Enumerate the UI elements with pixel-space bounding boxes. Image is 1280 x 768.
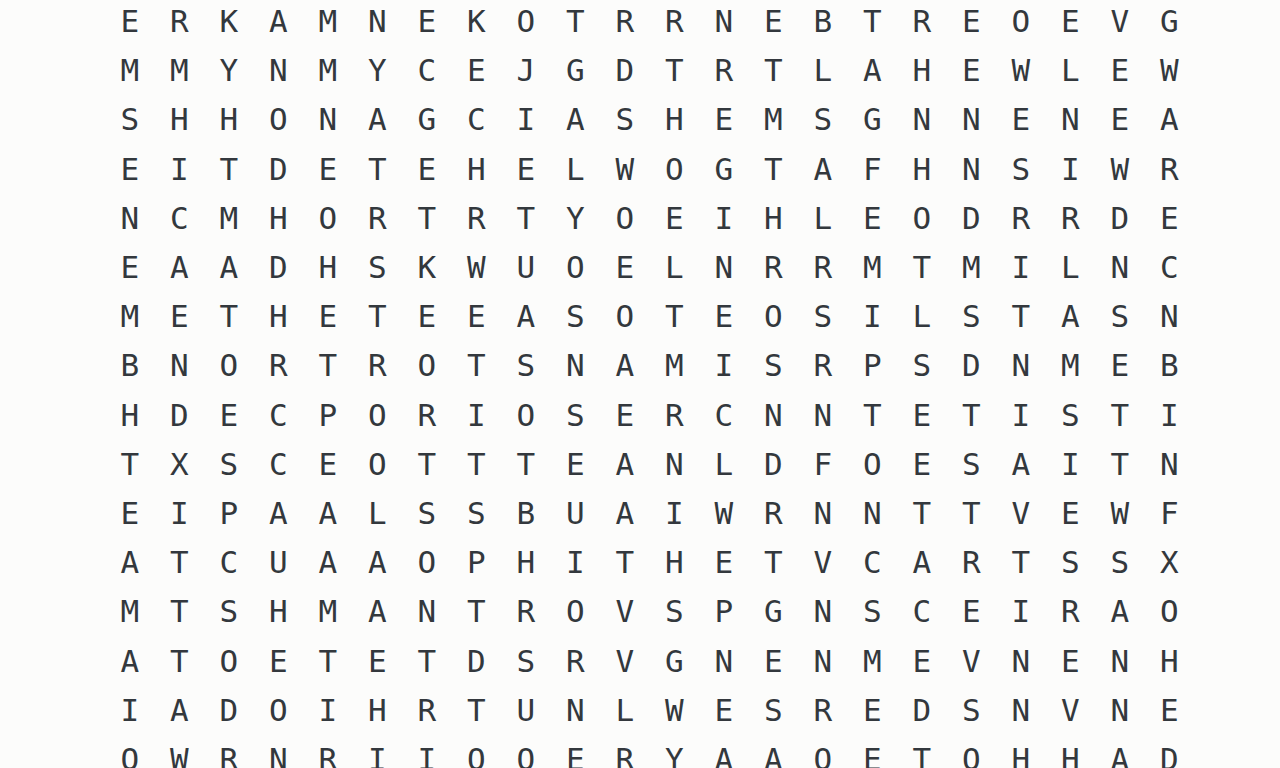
grid-cell[interactable]: A: [798, 145, 848, 194]
grid-cell[interactable]: E: [699, 686, 749, 735]
grid-cell[interactable]: A: [699, 735, 749, 768]
grid-cell[interactable]: A: [155, 243, 205, 292]
grid-cell[interactable]: N: [798, 391, 848, 440]
grid-cell[interactable]: E: [254, 636, 304, 685]
grid-cell[interactable]: H: [353, 686, 403, 735]
grid-cell[interactable]: V: [798, 538, 848, 587]
grid-cell[interactable]: T: [105, 440, 155, 489]
grid-cell[interactable]: M: [848, 243, 898, 292]
grid-cell[interactable]: C: [452, 95, 502, 144]
grid-cell[interactable]: R: [254, 341, 304, 390]
grid-cell[interactable]: N: [650, 440, 700, 489]
grid-cell[interactable]: M: [650, 341, 700, 390]
grid-cell[interactable]: A: [600, 489, 650, 538]
grid-cell[interactable]: A: [1046, 292, 1096, 341]
grid-cell[interactable]: N: [551, 341, 601, 390]
grid-cell[interactable]: N: [402, 587, 452, 636]
grid-cell[interactable]: H: [155, 95, 205, 144]
grid-cell[interactable]: A: [749, 735, 799, 768]
grid-cell[interactable]: T: [1095, 440, 1145, 489]
grid-cell[interactable]: I: [1145, 391, 1195, 440]
grid-cell[interactable]: K: [402, 243, 452, 292]
grid-cell[interactable]: N: [1046, 95, 1096, 144]
grid-cell[interactable]: T: [402, 194, 452, 243]
grid-cell[interactable]: T: [848, 0, 898, 46]
grid-cell[interactable]: E: [699, 95, 749, 144]
grid-cell[interactable]: I: [699, 194, 749, 243]
grid-cell[interactable]: R: [798, 686, 848, 735]
grid-cell[interactable]: O: [897, 194, 947, 243]
grid-cell[interactable]: N: [848, 489, 898, 538]
grid-cell[interactable]: E: [1145, 686, 1195, 735]
grid-cell[interactable]: E: [600, 243, 650, 292]
grid-cell[interactable]: S: [551, 391, 601, 440]
grid-cell[interactable]: E: [897, 440, 947, 489]
grid-cell[interactable]: U: [254, 538, 304, 587]
grid-cell[interactable]: C: [155, 194, 205, 243]
grid-cell[interactable]: O: [650, 145, 700, 194]
grid-cell[interactable]: T: [996, 292, 1046, 341]
grid-cell[interactable]: C: [897, 587, 947, 636]
grid-cell[interactable]: J: [501, 46, 551, 95]
grid-cell[interactable]: N: [996, 636, 1046, 685]
grid-cell[interactable]: O: [204, 341, 254, 390]
grid-cell[interactable]: E: [699, 538, 749, 587]
grid-cell[interactable]: W: [1095, 489, 1145, 538]
grid-cell[interactable]: D: [254, 243, 304, 292]
grid-cell[interactable]: S: [798, 95, 848, 144]
grid-cell[interactable]: O: [947, 735, 997, 768]
grid-cell[interactable]: T: [353, 145, 403, 194]
grid-cell[interactable]: I: [402, 735, 452, 768]
grid-cell[interactable]: T: [155, 636, 205, 685]
grid-cell[interactable]: A: [1145, 95, 1195, 144]
grid-cell[interactable]: O: [848, 440, 898, 489]
grid-cell[interactable]: H: [1046, 735, 1096, 768]
grid-cell[interactable]: N: [353, 0, 403, 46]
grid-cell[interactable]: E: [1095, 46, 1145, 95]
grid-cell[interactable]: O: [1145, 587, 1195, 636]
grid-cell[interactable]: O: [452, 735, 502, 768]
grid-cell[interactable]: E: [204, 391, 254, 440]
grid-cell[interactable]: S: [551, 292, 601, 341]
grid-cell[interactable]: R: [1145, 145, 1195, 194]
grid-cell[interactable]: R: [204, 735, 254, 768]
grid-cell[interactable]: R: [650, 0, 700, 46]
grid-cell[interactable]: P: [303, 391, 353, 440]
grid-cell[interactable]: T: [155, 587, 205, 636]
grid-cell[interactable]: A: [1095, 587, 1145, 636]
grid-cell[interactable]: B: [501, 489, 551, 538]
grid-cell[interactable]: W: [1145, 46, 1195, 95]
grid-cell[interactable]: W: [1095, 145, 1145, 194]
grid-cell[interactable]: S: [1046, 391, 1096, 440]
grid-cell[interactable]: S: [1046, 538, 1096, 587]
grid-cell[interactable]: T: [452, 587, 502, 636]
grid-cell[interactable]: I: [105, 686, 155, 735]
grid-cell[interactable]: S: [749, 341, 799, 390]
grid-cell[interactable]: N: [303, 95, 353, 144]
grid-cell[interactable]: H: [996, 735, 1046, 768]
grid-cell[interactable]: R: [452, 194, 502, 243]
grid-cell[interactable]: E: [947, 587, 997, 636]
grid-cell[interactable]: R: [798, 243, 848, 292]
grid-cell[interactable]: E: [1046, 489, 1096, 538]
grid-cell[interactable]: X: [155, 440, 205, 489]
grid-cell[interactable]: H: [204, 95, 254, 144]
grid-cell[interactable]: R: [897, 0, 947, 46]
grid-cell[interactable]: R: [402, 686, 452, 735]
grid-cell[interactable]: E: [848, 735, 898, 768]
grid-cell[interactable]: T: [204, 292, 254, 341]
grid-cell[interactable]: E: [1095, 95, 1145, 144]
grid-cell[interactable]: T: [303, 636, 353, 685]
grid-cell[interactable]: H: [254, 587, 304, 636]
grid-cell[interactable]: R: [749, 243, 799, 292]
grid-cell[interactable]: G: [848, 95, 898, 144]
grid-cell[interactable]: O: [996, 0, 1046, 46]
grid-cell[interactable]: R: [650, 391, 700, 440]
grid-cell[interactable]: S: [848, 587, 898, 636]
grid-cell[interactable]: N: [254, 46, 304, 95]
grid-cell[interactable]: T: [402, 440, 452, 489]
grid-cell[interactable]: U: [551, 489, 601, 538]
grid-cell[interactable]: W: [600, 145, 650, 194]
grid-cell[interactable]: E: [650, 194, 700, 243]
grid-cell[interactable]: T: [353, 292, 403, 341]
grid-cell[interactable]: F: [848, 145, 898, 194]
grid-cell[interactable]: A: [353, 538, 403, 587]
grid-cell[interactable]: A: [254, 489, 304, 538]
grid-cell[interactable]: A: [105, 636, 155, 685]
grid-cell[interactable]: E: [353, 636, 403, 685]
grid-cell[interactable]: O: [749, 292, 799, 341]
grid-cell[interactable]: D: [452, 636, 502, 685]
grid-cell[interactable]: N: [105, 194, 155, 243]
grid-cell[interactable]: T: [452, 440, 502, 489]
grid-cell[interactable]: B: [105, 341, 155, 390]
grid-cell[interactable]: H: [650, 95, 700, 144]
grid-cell[interactable]: S: [501, 636, 551, 685]
grid-cell[interactable]: G: [699, 145, 749, 194]
grid-cell[interactable]: S: [1095, 292, 1145, 341]
grid-cell[interactable]: E: [1046, 636, 1096, 685]
grid-cell[interactable]: E: [749, 636, 799, 685]
grid-cell[interactable]: S: [947, 686, 997, 735]
grid-cell[interactable]: O: [353, 440, 403, 489]
grid-cell[interactable]: B: [798, 0, 848, 46]
grid-cell[interactable]: G: [402, 95, 452, 144]
grid-cell[interactable]: D: [204, 686, 254, 735]
grid-cell[interactable]: A: [996, 440, 1046, 489]
grid-cell[interactable]: H: [452, 145, 502, 194]
grid-cell[interactable]: N: [749, 391, 799, 440]
grid-cell[interactable]: O: [303, 194, 353, 243]
grid-cell[interactable]: S: [105, 95, 155, 144]
grid-cell[interactable]: I: [996, 243, 1046, 292]
grid-cell[interactable]: T: [947, 391, 997, 440]
grid-cell[interactable]: G: [551, 46, 601, 95]
grid-cell[interactable]: T: [749, 145, 799, 194]
grid-cell[interactable]: R: [600, 735, 650, 768]
grid-cell[interactable]: D: [947, 341, 997, 390]
grid-cell[interactable]: I: [1046, 440, 1096, 489]
grid-cell[interactable]: E: [105, 0, 155, 46]
grid-cell[interactable]: C: [254, 391, 304, 440]
grid-cell[interactable]: E: [749, 0, 799, 46]
grid-cell[interactable]: P: [452, 538, 502, 587]
grid-cell[interactable]: N: [1145, 292, 1195, 341]
grid-cell[interactable]: R: [501, 587, 551, 636]
grid-cell[interactable]: Y: [551, 194, 601, 243]
grid-cell[interactable]: H: [501, 538, 551, 587]
grid-cell[interactable]: T: [848, 391, 898, 440]
grid-cell[interactable]: N: [1095, 243, 1145, 292]
grid-cell[interactable]: D: [749, 440, 799, 489]
grid-cell[interactable]: E: [551, 440, 601, 489]
grid-cell[interactable]: H: [254, 292, 304, 341]
grid-cell[interactable]: R: [353, 341, 403, 390]
grid-cell[interactable]: C: [848, 538, 898, 587]
grid-cell[interactable]: I: [452, 391, 502, 440]
grid-cell[interactable]: R: [600, 0, 650, 46]
grid-cell[interactable]: T: [402, 636, 452, 685]
grid-cell[interactable]: R: [699, 46, 749, 95]
grid-cell[interactable]: S: [402, 489, 452, 538]
grid-cell[interactable]: L: [798, 46, 848, 95]
grid-cell[interactable]: N: [1095, 636, 1145, 685]
grid-cell[interactable]: O: [600, 194, 650, 243]
grid-cell[interactable]: S: [947, 292, 997, 341]
grid-cell[interactable]: H: [897, 46, 947, 95]
grid-cell[interactable]: M: [303, 46, 353, 95]
grid-cell[interactable]: T: [650, 292, 700, 341]
grid-cell[interactable]: E: [947, 0, 997, 46]
grid-cell[interactable]: H: [303, 243, 353, 292]
grid-cell[interactable]: T: [897, 489, 947, 538]
grid-cell[interactable]: O: [600, 292, 650, 341]
grid-cell[interactable]: T: [551, 0, 601, 46]
grid-cell[interactable]: N: [699, 636, 749, 685]
grid-cell[interactable]: O: [254, 95, 304, 144]
grid-cell[interactable]: E: [402, 0, 452, 46]
grid-cell[interactable]: H: [105, 391, 155, 440]
grid-cell[interactable]: T: [501, 194, 551, 243]
grid-cell[interactable]: N: [947, 95, 997, 144]
grid-cell[interactable]: O: [501, 0, 551, 46]
grid-cell[interactable]: P: [204, 489, 254, 538]
grid-cell[interactable]: R: [1046, 587, 1096, 636]
grid-cell[interactable]: E: [105, 243, 155, 292]
grid-cell[interactable]: L: [650, 243, 700, 292]
grid-cell[interactable]: O: [402, 341, 452, 390]
grid-cell[interactable]: N: [947, 145, 997, 194]
grid-cell[interactable]: T: [749, 538, 799, 587]
grid-cell[interactable]: E: [996, 95, 1046, 144]
grid-cell[interactable]: A: [353, 587, 403, 636]
grid-cell[interactable]: S: [452, 489, 502, 538]
grid-cell[interactable]: E: [303, 145, 353, 194]
grid-cell[interactable]: O: [353, 391, 403, 440]
grid-cell[interactable]: M: [155, 46, 205, 95]
grid-cell[interactable]: F: [1145, 489, 1195, 538]
grid-cell[interactable]: T: [996, 538, 1046, 587]
grid-cell[interactable]: L: [1046, 46, 1096, 95]
grid-cell[interactable]: I: [699, 341, 749, 390]
grid-cell[interactable]: M: [105, 292, 155, 341]
grid-cell[interactable]: V: [996, 489, 1046, 538]
grid-cell[interactable]: S: [501, 341, 551, 390]
grid-cell[interactable]: R: [1046, 194, 1096, 243]
grid-cell[interactable]: E: [155, 292, 205, 341]
grid-cell[interactable]: A: [551, 95, 601, 144]
grid-cell[interactable]: T: [947, 489, 997, 538]
grid-cell[interactable]: E: [1095, 341, 1145, 390]
grid-cell[interactable]: S: [947, 440, 997, 489]
grid-cell[interactable]: T: [452, 686, 502, 735]
grid-cell[interactable]: P: [848, 341, 898, 390]
grid-cell[interactable]: E: [402, 292, 452, 341]
grid-cell[interactable]: M: [105, 587, 155, 636]
grid-cell[interactable]: T: [897, 243, 947, 292]
grid-cell[interactable]: N: [798, 636, 848, 685]
grid-cell[interactable]: O: [402, 538, 452, 587]
grid-cell[interactable]: A: [848, 46, 898, 95]
grid-cell[interactable]: W: [452, 243, 502, 292]
grid-cell[interactable]: S: [204, 440, 254, 489]
grid-cell[interactable]: H: [1145, 636, 1195, 685]
grid-cell[interactable]: S: [353, 243, 403, 292]
grid-cell[interactable]: I: [996, 587, 1046, 636]
grid-cell[interactable]: I: [848, 292, 898, 341]
grid-cell[interactable]: I: [155, 145, 205, 194]
grid-cell[interactable]: N: [551, 686, 601, 735]
grid-cell[interactable]: R: [996, 194, 1046, 243]
grid-cell[interactable]: C: [402, 46, 452, 95]
grid-cell[interactable]: O: [501, 735, 551, 768]
grid-cell[interactable]: C: [699, 391, 749, 440]
grid-cell[interactable]: M: [303, 587, 353, 636]
grid-cell[interactable]: Y: [353, 46, 403, 95]
grid-cell[interactable]: D: [600, 46, 650, 95]
grid-cell[interactable]: H: [749, 194, 799, 243]
grid-cell[interactable]: S: [996, 145, 1046, 194]
grid-cell[interactable]: N: [155, 341, 205, 390]
grid-cell[interactable]: E: [105, 145, 155, 194]
grid-cell[interactable]: B: [1145, 341, 1195, 390]
grid-cell[interactable]: E: [452, 292, 502, 341]
grid-cell[interactable]: C: [1145, 243, 1195, 292]
grid-cell[interactable]: E: [551, 735, 601, 768]
grid-cell[interactable]: G: [1145, 0, 1195, 46]
grid-cell[interactable]: I: [501, 95, 551, 144]
grid-cell[interactable]: I: [303, 686, 353, 735]
grid-cell[interactable]: E: [303, 440, 353, 489]
grid-cell[interactable]: D: [155, 391, 205, 440]
grid-cell[interactable]: V: [947, 636, 997, 685]
grid-cell[interactable]: S: [897, 341, 947, 390]
grid-cell[interactable]: N: [699, 0, 749, 46]
grid-cell[interactable]: I: [551, 538, 601, 587]
grid-cell[interactable]: A: [105, 538, 155, 587]
grid-cell[interactable]: A: [600, 341, 650, 390]
grid-cell[interactable]: N: [699, 243, 749, 292]
grid-cell[interactable]: A: [897, 538, 947, 587]
grid-cell[interactable]: I: [650, 489, 700, 538]
grid-cell[interactable]: K: [452, 0, 502, 46]
grid-cell[interactable]: G: [650, 636, 700, 685]
grid-cell[interactable]: E: [600, 391, 650, 440]
grid-cell[interactable]: M: [204, 194, 254, 243]
grid-cell[interactable]: S: [798, 292, 848, 341]
grid-cell[interactable]: E: [848, 686, 898, 735]
grid-cell[interactable]: K: [204, 0, 254, 46]
grid-cell[interactable]: A: [303, 489, 353, 538]
grid-cell[interactable]: D: [897, 686, 947, 735]
grid-cell[interactable]: A: [303, 538, 353, 587]
grid-cell[interactable]: P: [699, 587, 749, 636]
grid-cell[interactable]: S: [600, 95, 650, 144]
grid-cell[interactable]: S: [749, 686, 799, 735]
grid-cell[interactable]: Y: [650, 735, 700, 768]
grid-cell[interactable]: T: [749, 46, 799, 95]
grid-cell[interactable]: T: [501, 440, 551, 489]
grid-cell[interactable]: T: [897, 735, 947, 768]
grid-cell[interactable]: O: [204, 636, 254, 685]
grid-cell[interactable]: W: [155, 735, 205, 768]
grid-cell[interactable]: U: [501, 686, 551, 735]
grid-cell[interactable]: O: [551, 243, 601, 292]
grid-cell[interactable]: S: [650, 587, 700, 636]
grid-cell[interactable]: S: [1095, 538, 1145, 587]
grid-cell[interactable]: M: [303, 0, 353, 46]
grid-cell[interactable]: A: [1095, 735, 1145, 768]
grid-cell[interactable]: T: [452, 341, 502, 390]
grid-cell[interactable]: D: [254, 145, 304, 194]
grid-cell[interactable]: L: [353, 489, 403, 538]
grid-cell[interactable]: R: [798, 341, 848, 390]
grid-cell[interactable]: R: [353, 194, 403, 243]
grid-cell[interactable]: E: [848, 194, 898, 243]
grid-cell[interactable]: F: [798, 440, 848, 489]
grid-cell[interactable]: N: [798, 587, 848, 636]
grid-cell[interactable]: L: [897, 292, 947, 341]
grid-cell[interactable]: R: [749, 489, 799, 538]
grid-cell[interactable]: A: [600, 440, 650, 489]
grid-cell[interactable]: R: [402, 391, 452, 440]
grid-cell[interactable]: E: [402, 145, 452, 194]
grid-cell[interactable]: M: [749, 95, 799, 144]
grid-cell[interactable]: C: [204, 538, 254, 587]
grid-cell[interactable]: L: [600, 686, 650, 735]
grid-cell[interactable]: N: [798, 489, 848, 538]
grid-cell[interactable]: M: [105, 46, 155, 95]
grid-cell[interactable]: O: [105, 735, 155, 768]
grid-cell[interactable]: D: [1145, 735, 1195, 768]
grid-cell[interactable]: S: [204, 587, 254, 636]
grid-cell[interactable]: T: [204, 145, 254, 194]
grid-cell[interactable]: R: [303, 735, 353, 768]
grid-cell[interactable]: I: [353, 735, 403, 768]
grid-cell[interactable]: A: [204, 243, 254, 292]
grid-cell[interactable]: H: [650, 538, 700, 587]
grid-cell[interactable]: E: [897, 636, 947, 685]
grid-cell[interactable]: V: [600, 636, 650, 685]
grid-cell[interactable]: N: [996, 341, 1046, 390]
grid-cell[interactable]: E: [699, 292, 749, 341]
grid-cell[interactable]: A: [501, 292, 551, 341]
grid-cell[interactable]: R: [551, 636, 601, 685]
